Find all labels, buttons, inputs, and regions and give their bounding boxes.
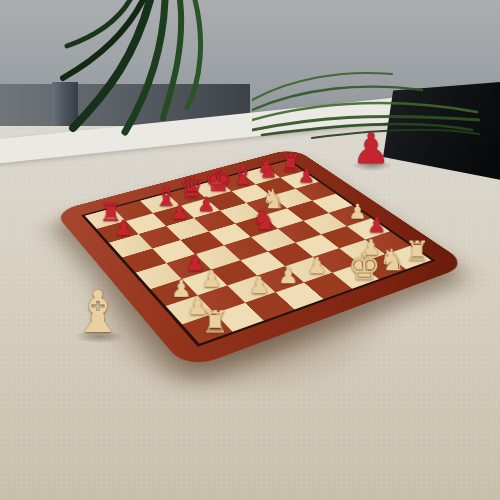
piece-white-R-h1[interactable]: ♜ (405, 240, 429, 265)
piece-red-N-e5[interactable]: ♞ (251, 207, 276, 232)
piece-red-P-c7[interactable]: ♟ (170, 203, 188, 221)
offboard-white-bishop[interactable]: ♝ (72, 283, 124, 341)
piece-red-B-f8[interactable]: ♝ (231, 164, 255, 188)
piece-red-P-a7[interactable]: ♟ (114, 219, 133, 238)
piece-white-P-c2[interactable]: ♟ (249, 276, 270, 297)
piece-red-P-h7[interactable]: ♟ (298, 168, 315, 185)
piece-white-P-e2[interactable]: ♟ (307, 256, 327, 276)
piece-red-K-e8[interactable]: ♚ (204, 166, 232, 194)
square-a1[interactable]: ♜ (182, 313, 232, 343)
hanging-plant (55, 0, 235, 150)
piece-white-N-g1[interactable]: ♞ (378, 247, 405, 274)
piece-white-P-b3[interactable]: ♟ (201, 269, 222, 290)
piece-white-K-f1[interactable]: ♚ (348, 250, 381, 283)
offboard-red-pawn[interactable]: ♟ (352, 128, 390, 170)
piece-red-P-h3[interactable]: ♟ (367, 216, 386, 235)
piece-red-N-g8[interactable]: ♞ (256, 158, 278, 181)
piece-white-P-h4[interactable]: ♟ (349, 203, 367, 221)
piece-white-R-a1[interactable]: ♜ (201, 309, 229, 337)
photo-scene: ♜♝♛♚♝♞♜♟♟♟♟♞♞♟♟♟♟♟♟♟♟♟♟♜♚♞♜ ♟ ♝ (0, 0, 500, 500)
piece-red-P-d7[interactable]: ♟ (197, 196, 215, 214)
piece-white-P-d2[interactable]: ♟ (278, 266, 299, 287)
